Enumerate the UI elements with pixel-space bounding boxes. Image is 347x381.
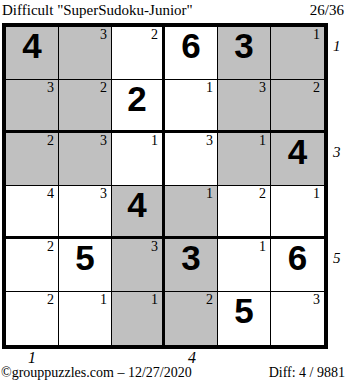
- cell-r6c2[interactable]: 1: [59, 292, 112, 345]
- small-corner-digit: 1: [313, 186, 320, 202]
- small-corner-digit: 3: [100, 186, 107, 202]
- row-label-3: 3: [333, 145, 347, 160]
- cell-r2c2[interactable]: 2: [59, 80, 112, 133]
- small-corner-digit: 2: [47, 239, 54, 255]
- cell-r6c1[interactable]: 2: [6, 292, 59, 345]
- small-corner-digit: 4: [47, 186, 54, 202]
- big-digit: 3: [165, 240, 217, 276]
- col-label-1: 1: [25, 350, 39, 366]
- small-corner-digit: 2: [47, 133, 54, 149]
- big-digit: 3: [218, 28, 270, 64]
- puzzle-title: Difficult "SuperSudoku-Junior": [2, 1, 193, 19]
- small-corner-digit: 1: [313, 27, 320, 43]
- row-label-1: 1: [333, 39, 347, 54]
- cell-r3c5[interactable]: 1: [218, 133, 271, 186]
- big-digit: 4: [6, 28, 58, 64]
- cell-r2c3[interactable]: 2: [112, 80, 165, 133]
- cell-r2c4[interactable]: 1: [165, 80, 218, 133]
- cell-r2c5[interactable]: 3: [218, 80, 271, 133]
- small-corner-digit: 1: [100, 292, 107, 308]
- cell-r6c3[interactable]: 1: [112, 292, 165, 345]
- big-digit: 6: [271, 240, 324, 276]
- small-corner-digit: 3: [313, 292, 320, 308]
- big-digit: 4: [112, 187, 162, 223]
- cell-r3c4[interactable]: 3: [165, 133, 218, 186]
- small-corner-digit: 3: [100, 133, 107, 149]
- cell-r3c6[interactable]: 4: [271, 133, 324, 186]
- cell-r1c6[interactable]: 1: [271, 27, 324, 80]
- cell-r4c4[interactable]: 1: [165, 186, 218, 239]
- small-corner-digit: 3: [259, 80, 266, 96]
- progress-counter: 26/36: [310, 1, 344, 19]
- sudoku-board: 432631322132231314434121253316211253: [2, 23, 328, 349]
- cell-r5c2[interactable]: 5: [59, 239, 112, 292]
- big-digit: 2: [112, 81, 162, 117]
- cell-r6c4[interactable]: 2: [165, 292, 218, 345]
- cell-r4c6[interactable]: 1: [271, 186, 324, 239]
- difficulty-text: Diff: 4 / 9881: [269, 365, 345, 381]
- small-corner-digit: 1: [206, 186, 213, 202]
- cell-r3c2[interactable]: 3: [59, 133, 112, 186]
- cell-r1c1[interactable]: 4: [6, 27, 59, 80]
- small-corner-digit: 3: [151, 239, 158, 255]
- cell-r5c1[interactable]: 2: [6, 239, 59, 292]
- cell-r5c6[interactable]: 6: [271, 239, 324, 292]
- cell-r4c5[interactable]: 2: [218, 186, 271, 239]
- big-digit: 5: [218, 293, 270, 329]
- cell-r2c1[interactable]: 3: [6, 80, 59, 133]
- cell-r6c6[interactable]: 3: [271, 292, 324, 345]
- big-digit: 4: [271, 134, 324, 170]
- copyright-text: ©grouppuzzles.com – 12/27/2020: [1, 365, 192, 381]
- small-corner-digit: 3: [206, 133, 213, 149]
- big-digit: 5: [59, 240, 111, 276]
- small-corner-digit: 1: [206, 80, 213, 96]
- puzzle-page: Difficult "SuperSudoku-Junior" 26/36 432…: [0, 0, 347, 381]
- cell-r4c2[interactable]: 3: [59, 186, 112, 239]
- small-corner-digit: 3: [47, 80, 54, 96]
- cell-r1c5[interactable]: 3: [218, 27, 271, 80]
- small-corner-digit: 3: [100, 27, 107, 43]
- small-corner-digit: 2: [313, 80, 320, 96]
- small-corner-digit: 2: [259, 186, 266, 202]
- small-corner-digit: 2: [206, 292, 213, 308]
- big-digit: 6: [165, 28, 217, 64]
- cell-r4c1[interactable]: 4: [6, 186, 59, 239]
- cell-r1c4[interactable]: 6: [165, 27, 218, 80]
- small-corner-digit: 2: [47, 292, 54, 308]
- cell-r2c6[interactable]: 2: [271, 80, 324, 133]
- cell-r3c1[interactable]: 2: [6, 133, 59, 186]
- cell-r6c5[interactable]: 5: [218, 292, 271, 345]
- small-corner-digit: 1: [259, 239, 266, 255]
- cell-r5c4[interactable]: 3: [165, 239, 218, 292]
- row-label-5: 5: [333, 251, 347, 266]
- small-corner-digit: 1: [151, 292, 158, 308]
- cell-r5c3[interactable]: 3: [112, 239, 165, 292]
- cell-r1c2[interactable]: 3: [59, 27, 112, 80]
- cell-r3c3[interactable]: 1: [112, 133, 165, 186]
- cell-r1c3[interactable]: 2: [112, 27, 165, 80]
- small-corner-digit: 1: [259, 133, 266, 149]
- small-corner-digit: 2: [151, 27, 158, 43]
- cell-r4c3[interactable]: 4: [112, 186, 165, 239]
- small-corner-digit: 1: [151, 133, 158, 149]
- small-corner-digit: 2: [100, 80, 107, 96]
- col-label-4: 4: [185, 350, 199, 366]
- cell-r5c5[interactable]: 1: [218, 239, 271, 292]
